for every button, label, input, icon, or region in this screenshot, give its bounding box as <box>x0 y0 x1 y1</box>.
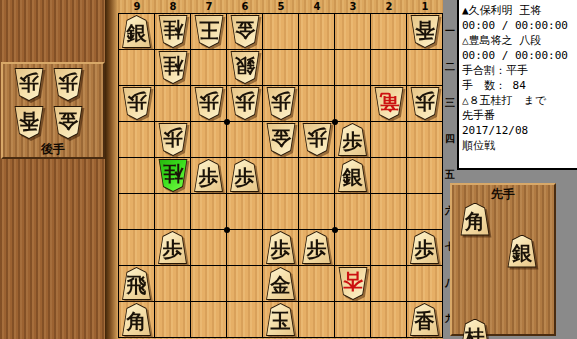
sente-tray-pieces: 角銀桂歩歩 <box>452 185 554 339</box>
square-6-5[interactable]: 歩 <box>227 158 262 193</box>
shogi-piece-gote-金[interactable]: 金 <box>227 14 262 50</box>
shogi-piece-sente-玉[interactable]: 玉 <box>263 302 298 338</box>
piece-body: 銀 <box>338 159 368 192</box>
square-5-6[interactable] <box>263 194 298 229</box>
piece-face: 歩 <box>339 124 367 155</box>
piece-body: 歩 <box>122 87 152 120</box>
square-1-4[interactable] <box>407 122 442 157</box>
piece-face: 銀 <box>339 160 367 191</box>
piece-face: 玉 <box>267 304 295 335</box>
square-2-2[interactable] <box>371 50 406 85</box>
square-9-3[interactable]: 歩 <box>119 86 154 121</box>
shogi-piece-sente-歩[interactable]: 歩 <box>299 230 334 266</box>
piece-body: 歩 <box>266 87 296 120</box>
file-label-2: 2 <box>371 0 407 13</box>
square-3-8[interactable]: 杏 <box>335 266 370 301</box>
piece-body: 金 <box>53 106 83 139</box>
piece-body: 桂 <box>460 319 490 339</box>
square-2-4[interactable] <box>371 122 406 157</box>
square-1-6[interactable] <box>407 194 442 229</box>
square-2-6[interactable] <box>371 194 406 229</box>
square-5-8[interactable]: 金 <box>263 266 298 301</box>
square-9-6[interactable] <box>119 194 154 229</box>
square-2-8[interactable] <box>371 266 406 301</box>
square-9-8[interactable]: 飛 <box>119 266 154 301</box>
square-7-3[interactable]: 歩 <box>191 86 226 121</box>
piece-face: 金 <box>231 16 259 47</box>
shogi-piece-sente-飛[interactable]: 飛 <box>119 266 154 302</box>
piece-glyph: 歩 <box>58 73 78 93</box>
square-1-7[interactable]: 歩 <box>407 230 442 265</box>
piece-body: 歩 <box>194 159 224 192</box>
piece-glyph: 歩 <box>235 167 255 187</box>
piece-body: 飛 <box>122 267 152 300</box>
piece-body: 歩 <box>410 87 440 120</box>
square-1-9[interactable]: 香 <box>407 302 442 337</box>
tray-row: 歩歩 <box>3 64 103 102</box>
square-8-1[interactable]: 桂 <box>155 14 190 49</box>
piece-face: 角 <box>123 304 151 335</box>
piece-body: 香 <box>410 303 440 336</box>
shogi-piece-sente-歩[interactable]: 歩 <box>335 122 370 158</box>
piece-face: 桂 <box>159 160 187 191</box>
shogi-piece-sente-歩[interactable]: 歩 <box>407 230 442 266</box>
board-edge-shadow <box>105 0 118 339</box>
square-8-7[interactable]: 歩 <box>155 230 190 265</box>
square-4-2[interactable] <box>299 50 334 85</box>
handicap-label: 手合割：平手 <box>459 63 577 78</box>
game-info-panel: ▲久保利明 王将 00:00 / 00:00:00 △豊島将之 八段 00:00… <box>457 0 577 170</box>
square-6-4[interactable] <box>227 122 262 157</box>
shogi-piece-gote-歩[interactable]: 歩 <box>191 86 226 122</box>
tournament-name: 順位戦 <box>459 138 577 153</box>
piece-glyph: 歩 <box>163 128 183 148</box>
piece-body: 香 <box>14 106 44 139</box>
shogi-piece-gote-歩[interactable]: 歩 <box>263 86 298 122</box>
square-6-3[interactable]: 歩 <box>227 86 262 121</box>
square-4-6[interactable] <box>299 194 334 229</box>
shogi-piece-gote-桂[interactable]: 桂 <box>155 14 190 50</box>
piece-glyph: 歩 <box>199 92 219 112</box>
piece-body: 角 <box>460 203 490 236</box>
piece-body: 銀 <box>230 51 260 84</box>
piece-glyph: 歩 <box>163 239 183 259</box>
piece-face: 桂 <box>159 16 187 47</box>
square-7-1[interactable]: 王 <box>191 14 226 49</box>
square-8-4[interactable]: 歩 <box>155 122 190 157</box>
rank-label-3: 三 <box>443 85 457 121</box>
shogi-piece-sente-桂[interactable]: 桂 <box>457 317 493 339</box>
star-point <box>332 119 338 125</box>
rank-label-4: 四 <box>443 121 457 157</box>
left-wood-panel <box>0 0 105 339</box>
piece-face: 角 <box>461 204 489 235</box>
square-3-6[interactable] <box>335 194 370 229</box>
file-label-8: 8 <box>155 0 191 13</box>
turn-indicator: 先手番 <box>459 108 577 123</box>
shogi-piece-gote-銀[interactable]: 銀 <box>227 50 262 86</box>
shogi-piece-gote-桂[interactable]: 桂 <box>155 158 190 194</box>
square-9-1[interactable]: 銀 <box>119 14 154 49</box>
piece-face: 歩 <box>411 88 439 119</box>
piece-glyph: 桂 <box>163 20 183 40</box>
square-4-7[interactable]: 歩 <box>299 230 334 265</box>
square-3-3[interactable] <box>335 86 370 121</box>
square-8-5[interactable]: 桂 <box>155 158 190 193</box>
piece-body: 銀 <box>122 15 152 48</box>
piece-body: 歩 <box>158 231 188 264</box>
piece-body: 歩 <box>230 87 260 120</box>
piece-face: 銀 <box>508 236 536 267</box>
shogi-piece-gote-香[interactable]: 香 <box>11 104 47 140</box>
piece-glyph: 銀 <box>127 23 147 43</box>
move-count-label: 手 数： 84 <box>459 78 577 93</box>
square-4-8[interactable] <box>299 266 334 301</box>
piece-glyph: 桂 <box>465 327 485 339</box>
square-1-1[interactable]: 香 <box>407 14 442 49</box>
piece-body: 歩 <box>410 231 440 264</box>
piece-face: 香 <box>411 16 439 47</box>
square-4-9[interactable] <box>299 302 334 337</box>
piece-body: 歩 <box>194 87 224 120</box>
square-6-8[interactable] <box>227 266 262 301</box>
shogi-piece-sente-歩[interactable]: 歩 <box>155 230 190 266</box>
square-4-5[interactable] <box>299 158 334 193</box>
square-2-7[interactable] <box>371 230 406 265</box>
piece-glyph: 銀 <box>343 167 363 187</box>
file-label-1: 1 <box>407 0 443 13</box>
square-2-9[interactable] <box>371 302 406 337</box>
piece-body: 王 <box>194 15 224 48</box>
square-3-5[interactable]: 銀 <box>335 158 370 193</box>
shogi-piece-sente-香[interactable]: 香 <box>407 302 442 338</box>
shogi-piece-gote-王[interactable]: 王 <box>191 14 226 50</box>
square-4-1[interactable] <box>299 14 334 49</box>
shogi-piece-gote-杏[interactable]: 杏 <box>335 266 370 302</box>
piece-face: 歩 <box>159 232 187 263</box>
piece-face: 歩 <box>195 88 223 119</box>
piece-body: 金 <box>266 267 296 300</box>
square-9-2[interactable] <box>119 50 154 85</box>
shogi-piece-sente-角[interactable]: 角 <box>457 201 493 237</box>
piece-body: 歩 <box>266 231 296 264</box>
square-7-8[interactable] <box>191 266 226 301</box>
gote-tray-pieces: 歩歩香金 <box>3 64 103 140</box>
piece-body: 銀 <box>507 235 537 268</box>
square-7-7[interactable] <box>191 230 226 265</box>
shogi-piece-sente-銀[interactable]: 銀 <box>335 158 370 194</box>
square-7-6[interactable] <box>191 194 226 229</box>
gote-tray-label: 後手 <box>3 142 103 156</box>
piece-glyph: 銀 <box>512 243 532 263</box>
piece-glyph: 玉 <box>271 311 291 331</box>
shogi-piece-sente-歩[interactable]: 歩 <box>191 158 226 194</box>
piece-face: 飛 <box>123 268 151 299</box>
last-move-label: △８五桂打 まで <box>459 93 577 108</box>
piece-glyph: 歩 <box>415 239 435 259</box>
shogi-piece-sente-歩[interactable]: 歩 <box>227 158 262 194</box>
piece-glyph: 歩 <box>271 239 291 259</box>
piece-glyph: 銀 <box>235 56 255 76</box>
square-6-1[interactable]: 金 <box>227 14 262 49</box>
piece-glyph: 歩 <box>307 239 327 259</box>
square-4-4[interactable]: 歩 <box>299 122 334 157</box>
piece-glyph: 歩 <box>19 73 39 93</box>
tray-row: 香金 <box>3 102 103 140</box>
square-5-7[interactable]: 歩 <box>263 230 298 265</box>
piece-face: 杏 <box>339 268 367 299</box>
square-7-5[interactable]: 歩 <box>191 158 226 193</box>
piece-glyph: 歩 <box>343 131 363 151</box>
square-6-7[interactable] <box>227 230 262 265</box>
square-8-6[interactable] <box>155 194 190 229</box>
square-5-9[interactable]: 玉 <box>263 302 298 337</box>
square-8-3[interactable] <box>155 86 190 121</box>
piece-body: 香 <box>410 15 440 48</box>
shogi-piece-gote-歩[interactable]: 歩 <box>11 66 47 102</box>
piece-face: 香 <box>15 107 43 138</box>
sente-captured-tray: 先手 角銀桂歩歩 <box>450 183 556 336</box>
square-8-8[interactable] <box>155 266 190 301</box>
square-9-4[interactable] <box>119 122 154 157</box>
piece-glyph: 角 <box>465 211 485 231</box>
square-6-9[interactable] <box>227 302 262 337</box>
board-zone: 987654321 銀桂王金香桂銀歩歩歩歩竜歩歩金歩歩桂歩歩銀歩歩歩歩飛金杏角玉… <box>118 0 443 339</box>
square-4-3[interactable] <box>299 86 334 121</box>
file-label-5: 5 <box>263 0 299 13</box>
piece-body: 歩 <box>158 123 188 156</box>
file-coordinate-labels: 987654321 <box>119 0 443 13</box>
piece-glyph: 桂 <box>163 56 183 76</box>
shogi-app-window: 歩歩香金 後手 987654321 銀桂王金香桂銀歩歩歩歩竜歩歩金歩歩桂歩歩銀歩… <box>0 0 577 339</box>
piece-face: 歩 <box>195 160 223 191</box>
piece-glyph: 金 <box>58 111 78 131</box>
shogi-piece-gote-歩[interactable]: 歩 <box>155 122 190 158</box>
gote-captured-tray: 歩歩香金 後手 <box>1 62 105 159</box>
shogi-piece-gote-歩[interactable]: 歩 <box>227 86 262 122</box>
piece-body: 歩 <box>230 159 260 192</box>
square-5-5[interactable] <box>263 158 298 193</box>
piece-face: 歩 <box>267 88 295 119</box>
piece-face: 王 <box>195 16 223 47</box>
piece-face: 金 <box>54 107 82 138</box>
piece-glyph: 歩 <box>271 92 291 112</box>
square-2-3[interactable]: 竜 <box>371 86 406 121</box>
piece-glyph: 歩 <box>235 92 255 112</box>
shogi-piece-gote-金[interactable]: 金 <box>50 104 86 140</box>
piece-glyph: 金 <box>271 275 291 295</box>
piece-glyph: 香 <box>415 20 435 40</box>
piece-glyph: 歩 <box>307 128 327 148</box>
square-9-5[interactable] <box>119 158 154 193</box>
piece-body: 桂 <box>158 15 188 48</box>
piece-glyph: 香 <box>415 311 435 331</box>
square-8-2[interactable]: 桂 <box>155 50 190 85</box>
shogi-piece-gote-金[interactable]: 金 <box>263 122 298 158</box>
piece-body: 桂 <box>158 51 188 84</box>
shogi-piece-sente-角[interactable]: 角 <box>119 302 154 338</box>
star-point <box>224 119 230 125</box>
file-label-7: 7 <box>191 0 227 13</box>
piece-body: 歩 <box>53 68 83 101</box>
shogi-piece-gote-歩[interactable]: 歩 <box>299 122 334 158</box>
piece-body: 金 <box>230 15 260 48</box>
square-9-7[interactable] <box>119 230 154 265</box>
square-6-2[interactable]: 銀 <box>227 50 262 85</box>
square-3-2[interactable] <box>335 50 370 85</box>
piece-face: 歩 <box>411 232 439 263</box>
shogi-piece-sente-銀[interactable]: 銀 <box>119 14 154 50</box>
piece-glyph: 角 <box>127 311 147 331</box>
square-7-2[interactable] <box>191 50 226 85</box>
square-1-2[interactable] <box>407 50 442 85</box>
square-1-8[interactable] <box>407 266 442 301</box>
shogi-piece-gote-歩[interactable]: 歩 <box>50 66 86 102</box>
piece-face: 桂 <box>159 52 187 83</box>
piece-face: 金 <box>267 268 295 299</box>
piece-glyph: 金 <box>271 128 291 148</box>
square-3-4[interactable]: 歩 <box>335 122 370 157</box>
shogi-piece-gote-竜[interactable]: 竜 <box>371 86 406 122</box>
file-label-6: 6 <box>227 0 263 13</box>
file-label-9: 9 <box>119 0 155 13</box>
square-3-7[interactable] <box>335 230 370 265</box>
gote-player-name: △豊島将之 八段 <box>459 33 577 48</box>
piece-glyph: 桂 <box>163 164 183 184</box>
piece-glyph: 王 <box>199 20 219 40</box>
piece-glyph: 竜 <box>379 92 399 112</box>
piece-glyph: 飛 <box>127 275 147 295</box>
piece-body: 歩 <box>14 68 44 101</box>
piece-glyph: 杏 <box>343 272 363 292</box>
square-5-4[interactable]: 金 <box>263 122 298 157</box>
piece-face: 歩 <box>267 232 295 263</box>
shogi-piece-gote-歩[interactable]: 歩 <box>407 86 442 122</box>
square-3-1[interactable] <box>335 14 370 49</box>
square-1-3[interactable]: 歩 <box>407 86 442 121</box>
rank-label-1: 一 <box>443 13 457 49</box>
piece-face: 歩 <box>231 88 259 119</box>
star-point <box>332 227 338 233</box>
shogi-piece-gote-歩[interactable]: 歩 <box>119 86 154 122</box>
piece-glyph: 歩 <box>127 92 147 112</box>
piece-glyph: 歩 <box>199 167 219 187</box>
square-6-6[interactable] <box>227 194 262 229</box>
piece-face: 歩 <box>303 124 331 155</box>
piece-body: 桂 <box>158 159 188 192</box>
piece-glyph: 歩 <box>415 92 435 112</box>
piece-body: 金 <box>266 123 296 156</box>
piece-face: 桂 <box>461 320 489 339</box>
sente-player-name: ▲久保利明 王将 <box>459 0 577 18</box>
gote-clock: 00:00 / 00:00:00 <box>459 48 577 63</box>
shogi-piece-sente-歩[interactable]: 歩 <box>263 230 298 266</box>
piece-face: 歩 <box>123 88 151 119</box>
piece-face: 竜 <box>375 88 403 119</box>
piece-body: 杏 <box>338 267 368 300</box>
shogi-piece-sente-銀[interactable]: 銀 <box>504 233 540 269</box>
square-5-2[interactable] <box>263 50 298 85</box>
piece-face: 歩 <box>54 69 82 100</box>
piece-body: 歩 <box>338 123 368 156</box>
piece-face: 銀 <box>123 16 151 47</box>
shogi-piece-gote-香[interactable]: 香 <box>407 14 442 50</box>
piece-body: 竜 <box>374 87 404 120</box>
piece-face: 金 <box>267 124 295 155</box>
square-8-9[interactable] <box>155 302 190 337</box>
file-label-3: 3 <box>335 0 371 13</box>
square-2-1[interactable] <box>371 14 406 49</box>
piece-glyph: 香 <box>19 111 39 131</box>
star-point <box>224 227 230 233</box>
piece-body: 角 <box>122 303 152 336</box>
piece-body: 歩 <box>302 123 332 156</box>
shogi-piece-sente-金[interactable]: 金 <box>263 266 298 302</box>
square-2-5[interactable] <box>371 158 406 193</box>
piece-body: 玉 <box>266 303 296 336</box>
square-7-9[interactable] <box>191 302 226 337</box>
square-5-3[interactable]: 歩 <box>263 86 298 121</box>
sente-tray-label: 先手 <box>452 187 554 201</box>
piece-body: 歩 <box>302 231 332 264</box>
shogi-board: 銀桂王金香桂銀歩歩歩歩竜歩歩金歩歩桂歩歩銀歩歩歩歩飛金杏角玉香 <box>118 13 443 338</box>
shogi-piece-gote-桂[interactable]: 桂 <box>155 50 190 86</box>
square-7-4[interactable] <box>191 122 226 157</box>
rank-label-2: 二 <box>443 49 457 85</box>
piece-face: 歩 <box>159 124 187 155</box>
square-3-9[interactable] <box>335 302 370 337</box>
sente-clock: 00:00 / 00:00:00 <box>459 18 577 33</box>
piece-face: 歩 <box>15 69 43 100</box>
piece-face: 歩 <box>231 160 259 191</box>
square-1-5[interactable] <box>407 158 442 193</box>
game-date: 2017/12/08 <box>459 123 577 138</box>
square-9-9[interactable]: 角 <box>119 302 154 337</box>
square-5-1[interactable] <box>263 14 298 49</box>
file-label-4: 4 <box>299 0 335 13</box>
piece-face: 歩 <box>303 232 331 263</box>
piece-face: 香 <box>411 304 439 335</box>
piece-glyph: 金 <box>235 20 255 40</box>
piece-face: 銀 <box>231 52 259 83</box>
